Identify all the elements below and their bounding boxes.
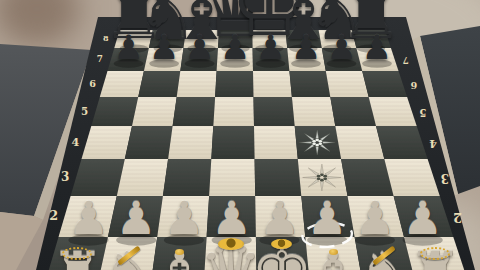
square-e6[interactable] <box>253 71 292 97</box>
square-f5[interactable] <box>292 97 335 126</box>
piece-black-pawn-e7[interactable]: ♟ <box>254 31 288 65</box>
piece-white-pawn-b2[interactable]: ♟ <box>114 196 159 241</box>
square-e4[interactable] <box>254 126 298 159</box>
rank-label-left-6: 6 <box>89 78 96 89</box>
rank-label-left-2: 2 <box>49 208 58 223</box>
rank-label-right-7: 7 <box>403 55 409 65</box>
square-d6[interactable] <box>215 71 253 97</box>
rank-label-right-3: 3 <box>441 171 449 185</box>
square-g6[interactable] <box>326 71 369 97</box>
starburst-center-dot <box>317 175 321 178</box>
starburst-center-dot <box>319 140 323 143</box>
piece-black-pawn-h7[interactable]: ♟ <box>360 31 394 65</box>
piece-white-pawn-g2[interactable]: ♟ <box>352 196 397 241</box>
square-c3[interactable] <box>163 159 211 196</box>
starburst-center-dot <box>312 140 316 143</box>
square-c4[interactable] <box>168 126 213 159</box>
starburst-center-dot <box>312 143 316 146</box>
piece-white-pawn-a2[interactable]: ♟ <box>66 196 111 241</box>
starburst-center-dot <box>320 174 324 177</box>
piece-black-pawn-g7[interactable]: ♟ <box>325 31 359 65</box>
square-g4[interactable] <box>335 126 384 159</box>
square-d4[interactable] <box>211 126 254 159</box>
rank-label-right-6: 6 <box>410 80 417 91</box>
square-c5[interactable] <box>173 97 216 126</box>
piece-white-pawn-h2[interactable]: ♟ <box>400 196 445 241</box>
square-g5[interactable] <box>330 97 376 126</box>
starburst-center-dot <box>319 143 323 146</box>
rank-label-right-4: 4 <box>429 137 437 151</box>
piece-black-pawn-d7[interactable]: ♟ <box>218 31 252 65</box>
square-e3[interactable] <box>255 159 302 196</box>
square-e5[interactable] <box>254 97 295 126</box>
starburst-center-dot <box>317 178 321 181</box>
square-a6[interactable] <box>100 71 144 97</box>
rank-label-right-5: 5 <box>419 107 426 119</box>
piece-black-pawn-a7[interactable]: ♟ <box>112 31 146 65</box>
starburst-center-dot <box>315 144 319 147</box>
piece-black-pawn-b7[interactable]: ♟ <box>147 31 181 65</box>
square-b3[interactable] <box>117 159 168 196</box>
square-f6[interactable] <box>289 71 330 97</box>
rank-label-left-3: 3 <box>61 170 69 184</box>
square-c6[interactable] <box>177 71 217 97</box>
starburst-center-dot <box>315 139 319 142</box>
square-b4[interactable] <box>125 126 173 159</box>
rank-label-right-2: 2 <box>453 210 462 225</box>
rank-label-left-5: 5 <box>81 105 88 117</box>
square-d3[interactable] <box>209 159 255 196</box>
square-d5[interactable] <box>213 97 254 126</box>
rank-label-left-7: 7 <box>97 54 103 64</box>
game-scene[interactable]: 8765432765432 ♜♞♝♛♚♝♞♜♟♟♟♟♟♟♟♟♟♟♟♟♟♟♟♟♜♞… <box>0 0 480 270</box>
square-b5[interactable] <box>132 97 177 126</box>
square-b6[interactable] <box>138 71 180 97</box>
piece-black-pawn-f7[interactable]: ♟ <box>289 31 323 65</box>
starburst-center-dot <box>323 178 327 181</box>
rank-label-left-4: 4 <box>72 135 80 149</box>
piece-white-rook-h1[interactable]: ♜ <box>405 244 465 270</box>
starburst-center-dot <box>320 179 324 182</box>
starburst-center-dot <box>323 175 327 178</box>
table-surface-left <box>0 212 43 270</box>
piece-black-pawn-c7[interactable]: ♟ <box>183 31 217 65</box>
